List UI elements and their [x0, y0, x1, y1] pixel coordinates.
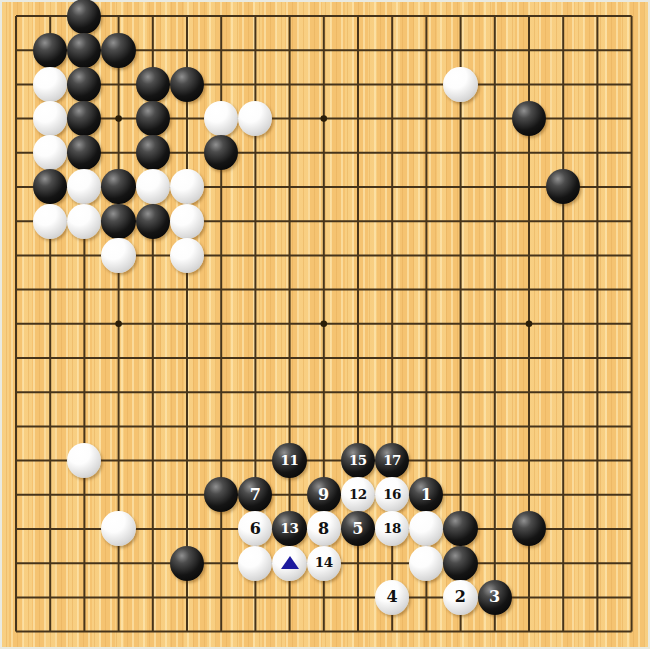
board-intersection[interactable]	[409, 546, 443, 580]
move-number-label: 8	[318, 520, 329, 536]
board-intersection[interactable]	[33, 204, 67, 238]
board-intersection[interactable]	[136, 67, 170, 101]
move-number-label: 9	[318, 486, 329, 502]
go-board[interactable]: 1115177912161613851814423	[0, 0, 650, 649]
board-intersection[interactable]	[204, 101, 238, 135]
board-intersection[interactable]: 3	[478, 580, 512, 614]
board-intersection[interactable]	[136, 101, 170, 135]
stone-white	[170, 238, 204, 273]
stone-black	[204, 477, 238, 512]
stone-black	[67, 101, 101, 136]
stone-black	[136, 101, 170, 136]
stone-white: 4	[375, 580, 409, 615]
stone-grid[interactable]: 1115177912161613851814423	[0, 0, 649, 649]
move-number-label: 6	[250, 520, 261, 536]
board-intersection[interactable]	[101, 204, 135, 238]
board-intersection[interactable]: 14	[307, 546, 341, 580]
board-intersection[interactable]	[443, 546, 477, 580]
stone-black: 9	[307, 477, 341, 512]
board-intersection[interactable]	[546, 170, 580, 204]
stone-white	[170, 204, 204, 239]
board-intersection[interactable]	[67, 67, 101, 101]
stone-white	[33, 204, 67, 239]
board-intersection[interactable]	[272, 546, 306, 580]
stone-white	[443, 67, 477, 102]
move-number-label: 5	[352, 520, 363, 536]
board-intersection[interactable]: 4	[375, 580, 409, 614]
stone-black: 3	[478, 580, 512, 615]
stone-black	[136, 204, 170, 239]
stone-white	[33, 67, 67, 102]
move-number-label: 13	[281, 522, 299, 536]
board-intersection[interactable]	[33, 170, 67, 204]
board-intersection[interactable]	[67, 443, 101, 477]
stone-black	[512, 101, 546, 136]
board-intersection[interactable]	[170, 170, 204, 204]
stone-black: 17	[375, 443, 409, 478]
stone-white	[409, 511, 443, 546]
stone-white: 18	[375, 511, 409, 546]
board-intersection[interactable]	[33, 33, 67, 67]
move-number-label: 7	[250, 486, 261, 502]
move-number-label: 16	[383, 487, 401, 501]
board-intersection[interactable]	[101, 238, 135, 272]
stone-white: 6	[238, 511, 272, 546]
stone-black	[170, 546, 204, 581]
stone-black	[33, 169, 67, 204]
board-intersection[interactable]: 17	[375, 443, 409, 477]
move-number-label: 18	[383, 522, 401, 536]
stone-black	[136, 135, 170, 170]
board-intersection[interactable]: 6	[238, 512, 272, 546]
board-intersection[interactable]	[443, 512, 477, 546]
board-intersection[interactable]	[409, 512, 443, 546]
stone-black	[101, 204, 135, 239]
board-intersection[interactable]: 5	[341, 512, 375, 546]
board-intersection[interactable]	[67, 101, 101, 135]
board-intersection[interactable]: 11	[272, 443, 306, 477]
board-intersection[interactable]	[204, 136, 238, 170]
board-intersection[interactable]: 7	[238, 478, 272, 512]
stone-black	[101, 169, 135, 204]
move-number-label: 17	[383, 453, 401, 467]
board-intersection[interactable]	[238, 101, 272, 135]
board-intersection[interactable]: 8	[307, 512, 341, 546]
board-intersection[interactable]	[101, 170, 135, 204]
stone-black	[204, 135, 238, 170]
move-number-label: 12	[349, 487, 367, 501]
move-number-label: 11	[281, 453, 299, 467]
stone-black: 15	[341, 443, 375, 478]
stone-black	[67, 0, 101, 34]
board-intersection[interactable]	[67, 0, 101, 33]
stone-black	[443, 546, 477, 581]
board-intersection[interactable]	[443, 67, 477, 101]
stone-black	[33, 33, 67, 68]
board-intersection[interactable]	[512, 101, 546, 135]
board-intersection[interactable]	[170, 67, 204, 101]
stone-white: 2	[443, 580, 477, 615]
stone-white	[101, 238, 135, 273]
board-intersection[interactable]	[170, 204, 204, 238]
board-intersection[interactable]	[101, 33, 135, 67]
stone-black	[136, 67, 170, 102]
move-number-label: 4	[386, 589, 397, 605]
stone-white	[67, 443, 101, 478]
move-number-label: 14	[315, 556, 333, 570]
board-intersection[interactable]	[33, 136, 67, 170]
board-intersection[interactable]	[512, 512, 546, 546]
move-number-label: 3	[489, 589, 500, 605]
board-intersection[interactable]: 18	[375, 512, 409, 546]
board-intersection[interactable]: 12	[341, 478, 375, 512]
board-intersection[interactable]: 13	[272, 512, 306, 546]
stone-white	[170, 169, 204, 204]
stone-white	[33, 101, 67, 136]
board-intersection[interactable]	[170, 238, 204, 272]
stone-white	[409, 546, 443, 581]
board-intersection[interactable]	[204, 478, 238, 512]
board-intersection[interactable]	[33, 67, 67, 101]
stone-white: 8	[307, 511, 341, 546]
board-intersection[interactable]	[67, 136, 101, 170]
board-intersection[interactable]	[67, 204, 101, 238]
move-number-label: 2	[455, 589, 466, 605]
board-intersection[interactable]: 9	[307, 478, 341, 512]
board-intersection[interactable]	[136, 204, 170, 238]
board-intersection[interactable]	[33, 101, 67, 135]
stone-black: 1	[409, 477, 443, 512]
board-intersection[interactable]: 16	[375, 478, 409, 512]
board-intersection[interactable]	[67, 33, 101, 67]
move-number-label: 1	[421, 486, 432, 502]
board-intersection[interactable]: 15	[341, 443, 375, 477]
stone-white	[101, 511, 135, 546]
stone-black	[170, 67, 204, 102]
board-intersection[interactable]	[101, 512, 135, 546]
board-intersection[interactable]	[238, 546, 272, 580]
stone-white	[238, 101, 272, 136]
move-number-label: 15	[349, 453, 367, 467]
stone-white	[33, 135, 67, 170]
board-intersection[interactable]	[170, 546, 204, 580]
board-intersection[interactable]: 1	[409, 478, 443, 512]
board-intersection[interactable]	[136, 170, 170, 204]
stone-black	[67, 135, 101, 170]
stone-white: 12	[341, 477, 375, 512]
stone-black	[443, 511, 477, 546]
stone-black: 7	[238, 477, 272, 512]
board-intersection[interactable]	[136, 136, 170, 170]
stone-black	[67, 67, 101, 102]
stone-black	[101, 33, 135, 68]
stone-white: 16	[375, 477, 409, 512]
stone-white	[67, 169, 101, 204]
stone-white-marked	[272, 546, 306, 581]
stone-black	[67, 33, 101, 68]
stone-white	[204, 101, 238, 136]
stone-black	[512, 511, 546, 546]
stone-black	[546, 169, 580, 204]
stone-white: 14	[307, 546, 341, 581]
stone-white	[67, 204, 101, 239]
stone-white	[136, 169, 170, 204]
stone-black: 5	[341, 511, 375, 546]
board-intersection[interactable]: 2	[443, 580, 477, 614]
stone-white	[238, 546, 272, 581]
board-intersection[interactable]	[67, 170, 101, 204]
stone-black: 11	[272, 443, 306, 478]
triangle-marker-icon	[281, 556, 299, 569]
stone-black: 13	[272, 511, 306, 546]
